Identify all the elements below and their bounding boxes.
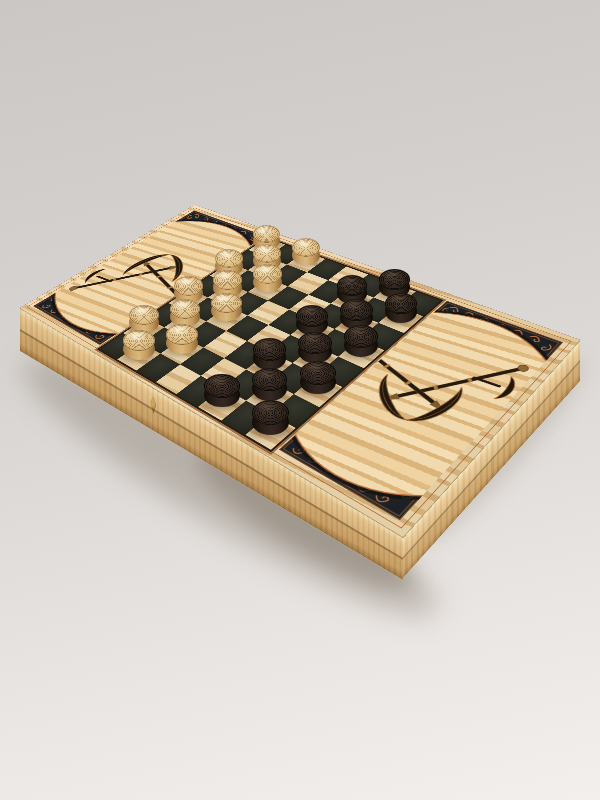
piece-top [292, 238, 320, 257]
checker-piece-dark[interactable] [252, 400, 289, 435]
checker-piece-light[interactable] [211, 293, 241, 322]
checker-piece-light[interactable] [292, 238, 320, 264]
piece-top [379, 269, 410, 290]
piece-top [253, 244, 281, 263]
piece-top [337, 275, 368, 296]
piece-top [300, 361, 335, 385]
checker-piece-light[interactable] [253, 264, 282, 291]
piece-top [174, 276, 203, 296]
checker-piece-dark[interactable] [252, 368, 287, 401]
piece-top [385, 293, 417, 315]
checker-piece-dark[interactable] [296, 305, 328, 335]
piece-top [344, 325, 378, 348]
checker-piece-light[interactable] [123, 330, 155, 360]
piece-top [340, 299, 372, 321]
checker-piece-dark[interactable] [253, 338, 286, 369]
piece-top [123, 330, 155, 351]
piece-top [298, 332, 332, 355]
checker-piece-dark[interactable] [298, 332, 332, 364]
piece-top [253, 338, 286, 361]
checker-piece-dark[interactable] [300, 361, 335, 394]
checker-piece-dark[interactable] [385, 293, 417, 323]
checker-piece-dark[interactable] [204, 374, 239, 407]
piece-top [204, 374, 239, 398]
scene [0, 0, 600, 800]
brass-latch-icon [150, 395, 156, 416]
piece-top [166, 324, 198, 345]
checker-piece-light[interactable] [166, 324, 198, 354]
piece-top [296, 305, 328, 327]
checker-piece-dark[interactable] [344, 325, 378, 357]
